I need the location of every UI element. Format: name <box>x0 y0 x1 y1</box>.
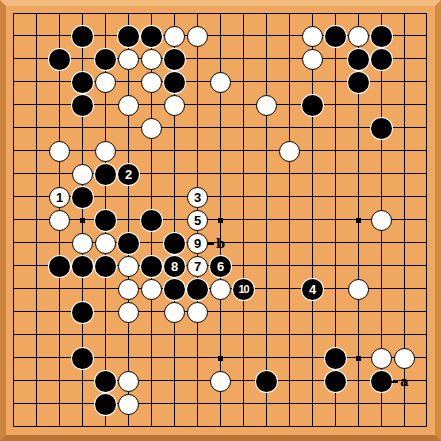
stone-white-r5-c8[interactable] <box>164 95 185 116</box>
stone-white-r17-c10[interactable] <box>210 371 231 392</box>
stone-white-r14-c9[interactable] <box>187 302 208 323</box>
stone-white-r16-c18[interactable] <box>394 348 415 369</box>
stone-black-r12-c4[interactable] <box>72 256 93 277</box>
stone-black-r17-c5[interactable] <box>95 371 116 392</box>
stone-move-8[interactable]: 8 <box>164 256 185 277</box>
stone-white-r4-c7[interactable] <box>141 72 162 93</box>
stone-move-2[interactable]: 2 <box>118 164 139 185</box>
stone-white-r3-c14[interactable] <box>302 49 323 70</box>
stone-white-r3-c6[interactable] <box>118 49 139 70</box>
stone-white-r4-c5[interactable] <box>95 72 116 93</box>
stone-black-r13-c8[interactable] <box>164 279 185 300</box>
stone-black-r8-c5[interactable] <box>95 164 116 185</box>
stone-move-3[interactable]: 3 <box>187 187 208 208</box>
stone-move-1[interactable]: 1 <box>49 187 70 208</box>
stone-black-r2-c4[interactable] <box>72 26 93 47</box>
stone-white-r7-c5[interactable] <box>95 141 116 162</box>
stone-black-r17-c12[interactable] <box>256 371 277 392</box>
stone-white-r7-c3[interactable] <box>49 141 70 162</box>
stone-white-r2-c8[interactable] <box>164 26 185 47</box>
label-dash <box>207 243 214 245</box>
stone-white-r7-c13[interactable] <box>279 141 300 162</box>
stone-black-r10-c7[interactable] <box>141 210 162 231</box>
stone-black-r2-c15[interactable] <box>325 26 346 47</box>
stone-black-r9-c4[interactable] <box>72 187 93 208</box>
stone-black-r6-c17[interactable] <box>371 118 392 139</box>
stone-white-r2-c14[interactable] <box>302 26 323 47</box>
stone-black-r12-c7[interactable] <box>141 256 162 277</box>
stone-black-r2-c17[interactable] <box>371 26 392 47</box>
stone-black-r4-c8[interactable] <box>164 72 185 93</box>
board-face: 21359876104 ab <box>6 6 435 435</box>
stone-white-r13-c7[interactable] <box>141 279 162 300</box>
stone-white-r11-c5[interactable] <box>95 233 116 254</box>
stone-white-r14-c6[interactable] <box>118 302 139 323</box>
stone-white-r11-c4[interactable] <box>72 233 93 254</box>
stone-white-r5-c6[interactable] <box>118 95 139 116</box>
stone-white-r12-c6[interactable] <box>118 256 139 277</box>
star-point <box>356 356 361 361</box>
stone-black-r18-c5[interactable] <box>95 394 116 415</box>
stone-move-5[interactable]: 5 <box>187 210 208 231</box>
stone-black-r3-c16[interactable] <box>348 49 369 70</box>
stone-white-r2-c16[interactable] <box>348 26 369 47</box>
stone-black-r16-c4[interactable] <box>72 348 93 369</box>
stone-white-r4-c10[interactable] <box>210 72 231 93</box>
star-point <box>356 218 361 223</box>
stone-white-r10-c17[interactable] <box>371 210 392 231</box>
stone-white-r6-c7[interactable] <box>141 118 162 139</box>
stone-white-r3-c7[interactable] <box>141 49 162 70</box>
stone-black-r17-c15[interactable] <box>325 371 346 392</box>
stone-black-r5-c14[interactable] <box>302 95 323 116</box>
stone-white-r18-c6[interactable] <box>118 394 139 415</box>
stone-black-r17-c17[interactable] <box>371 371 392 392</box>
stone-black-r10-c5[interactable] <box>95 210 116 231</box>
stone-black-r14-c4[interactable] <box>72 302 93 323</box>
stone-white-r17-c6[interactable] <box>118 371 139 392</box>
stone-black-r11-c6[interactable] <box>118 233 139 254</box>
stone-white-r16-c17[interactable] <box>371 348 392 369</box>
stone-black-r12-c5[interactable] <box>95 256 116 277</box>
go-board: 21359876104 ab <box>0 0 441 441</box>
stone-black-r11-c8[interactable] <box>164 233 185 254</box>
stone-white-r10-c3[interactable] <box>49 210 70 231</box>
stone-black-r3-c17[interactable] <box>371 49 392 70</box>
stone-black-r16-c15[interactable] <box>325 348 346 369</box>
stone-move-9[interactable]: 9 <box>187 233 208 254</box>
stone-black-r4-c16[interactable] <box>348 72 369 93</box>
stone-black-r4-c4[interactable] <box>72 72 93 93</box>
stone-move-7[interactable]: 7 <box>187 256 208 277</box>
stone-white-r13-c10[interactable] <box>210 279 231 300</box>
stone-white-r14-c8[interactable] <box>164 302 185 323</box>
stone-move-10[interactable]: 10 <box>233 279 254 300</box>
stone-black-r12-c3[interactable] <box>49 256 70 277</box>
stone-white-r13-c16[interactable] <box>348 279 369 300</box>
stone-move-4[interactable]: 4 <box>302 279 323 300</box>
stone-black-r5-c4[interactable] <box>72 95 93 116</box>
star-point <box>218 356 223 361</box>
stone-black-r3-c8[interactable] <box>164 49 185 70</box>
stone-white-r5-c12[interactable] <box>256 95 277 116</box>
star-point <box>80 218 85 223</box>
stone-white-r8-c4[interactable] <box>72 164 93 185</box>
stone-black-r3-c3[interactable] <box>49 49 70 70</box>
stone-move-6[interactable]: 6 <box>210 256 231 277</box>
stone-white-r13-c6[interactable] <box>118 279 139 300</box>
stone-black-r3-c5[interactable] <box>95 49 116 70</box>
stone-black-r13-c9[interactable] <box>187 279 208 300</box>
stone-black-r2-c6[interactable] <box>118 26 139 47</box>
stone-white-r2-c9[interactable] <box>187 26 208 47</box>
stone-black-r2-c7[interactable] <box>141 26 162 47</box>
label-dash <box>391 381 398 383</box>
star-point <box>218 218 223 223</box>
